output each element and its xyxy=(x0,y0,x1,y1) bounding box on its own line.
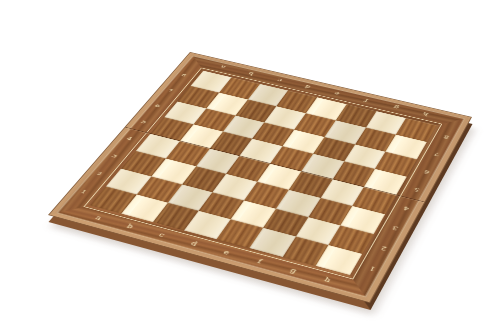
chess-board: abcdefgh abcdefgh 12345678 12345678 xyxy=(48,52,472,303)
product-photo-canvas: abcdefgh abcdefgh 12345678 12345678 xyxy=(0,0,500,333)
